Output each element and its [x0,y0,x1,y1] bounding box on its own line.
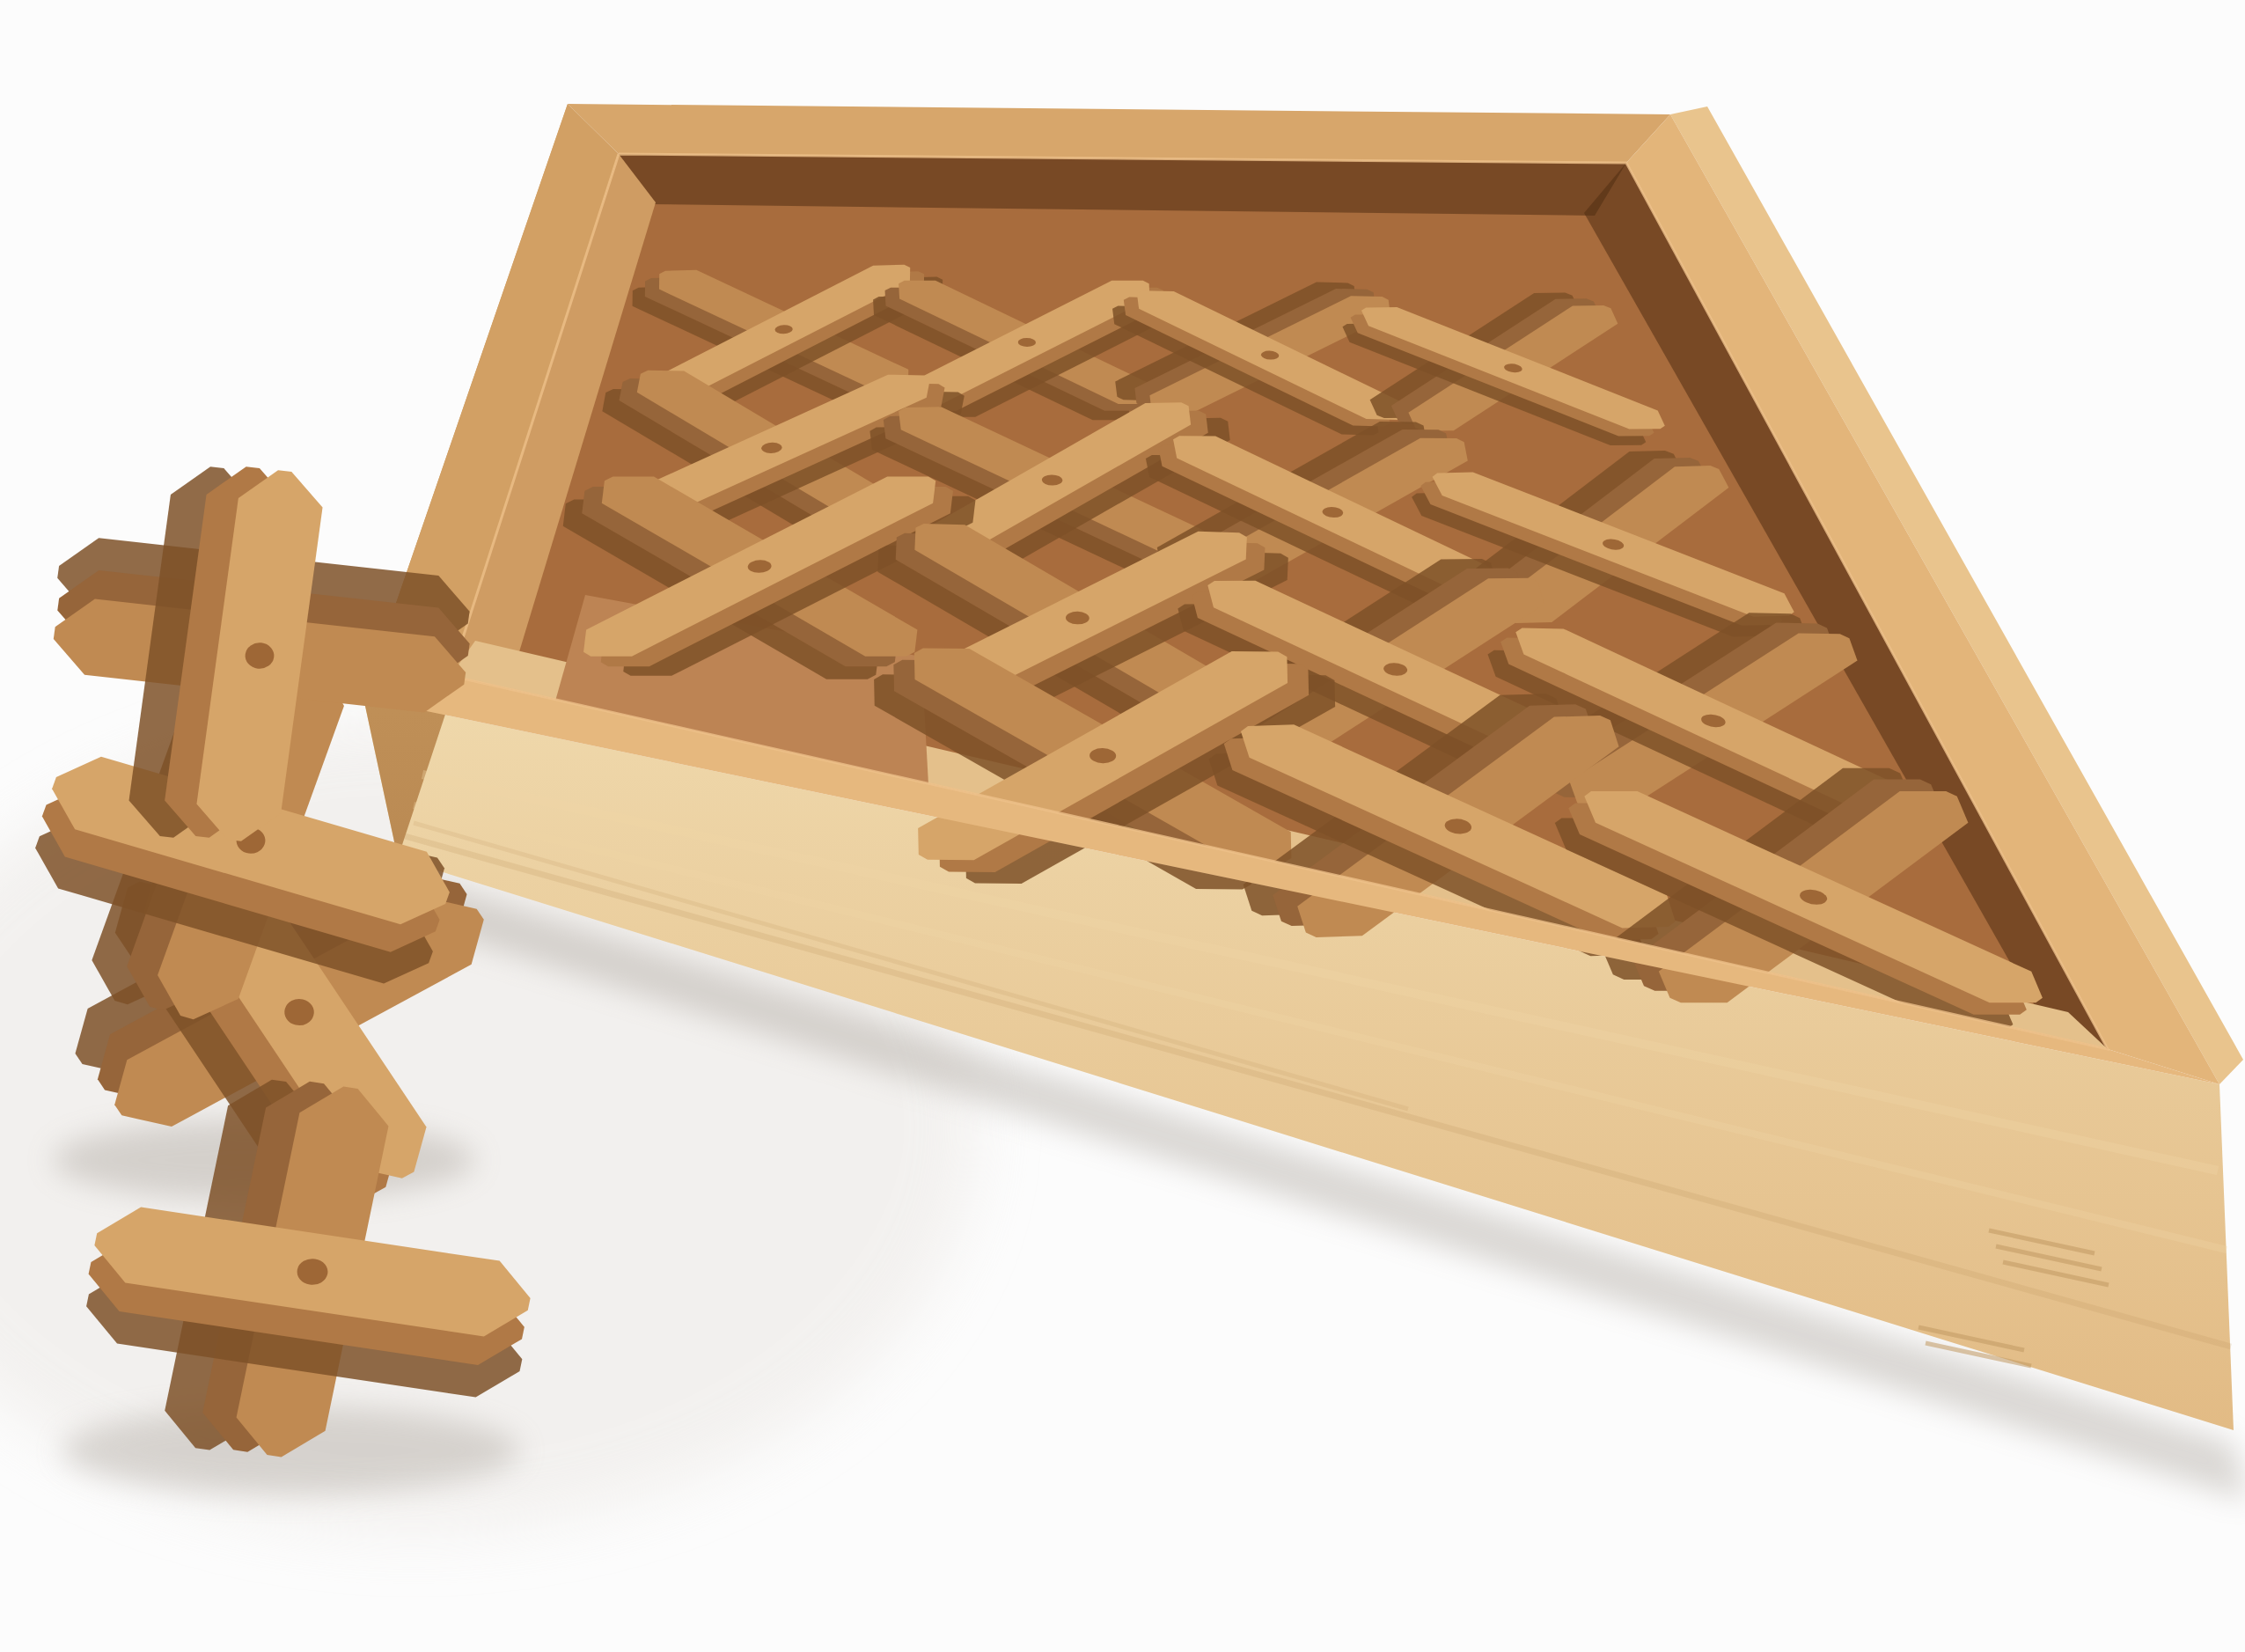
wooden-blocks-photo [0,0,2245,1652]
photo-scene [0,0,2245,1652]
